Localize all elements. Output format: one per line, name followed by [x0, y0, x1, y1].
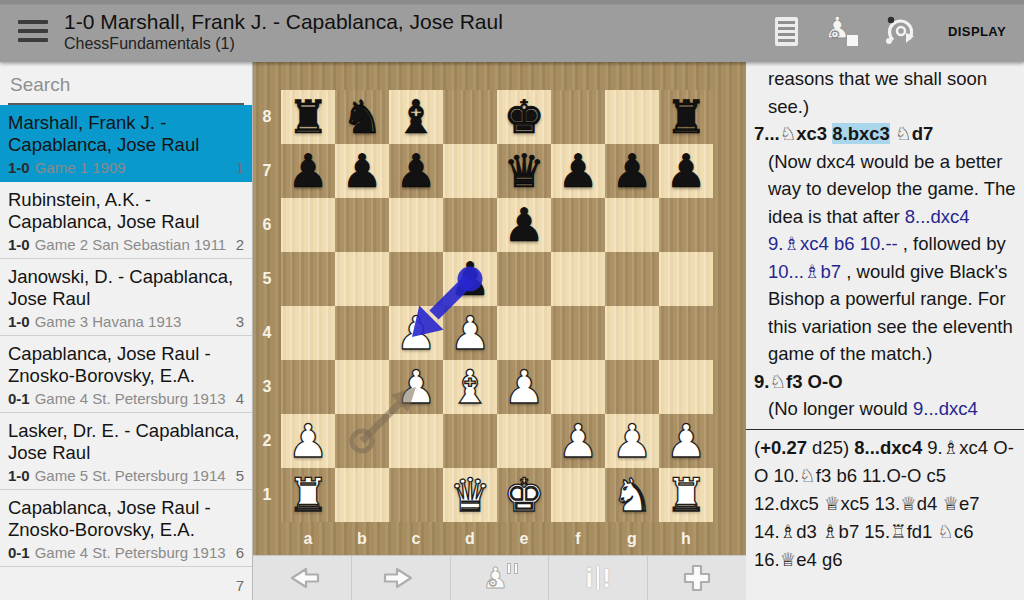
piece-white-knight: ♞: [611, 468, 652, 522]
square-d2[interactable]: [443, 414, 497, 468]
square-f1[interactable]: [551, 468, 605, 522]
square-f7[interactable]: ♟: [551, 144, 605, 198]
square-c3[interactable]: ♟: [389, 360, 443, 414]
file-label-f: f: [551, 522, 605, 555]
square-b4[interactable]: [335, 306, 389, 360]
rank-label-1: 1: [253, 468, 281, 522]
square-h8[interactable]: ♜: [659, 90, 713, 144]
file-label-h: h: [659, 522, 713, 555]
square-g1[interactable]: ♞: [605, 468, 659, 522]
file-label-c: c: [389, 522, 443, 555]
piece-black-pawn: ♟: [287, 144, 328, 198]
square-b3[interactable]: [335, 360, 389, 414]
square-b7[interactable]: ♟: [335, 144, 389, 198]
annotation-line: (No longer would 9...dxc4 10.♗xc4 b6 be …: [754, 395, 1016, 427]
square-d3[interactable]: ♝: [443, 360, 497, 414]
piece-white-pawn: ♟: [611, 414, 652, 468]
square-d1[interactable]: ♛: [443, 468, 497, 522]
game-info: Game 4 St. Petersburg 1913: [35, 389, 226, 408]
move-text[interactable]: +0.27: [760, 437, 807, 458]
annotation-comment: (No longer would: [768, 398, 913, 419]
square-a8[interactable]: ♜: [281, 90, 335, 144]
square-f6[interactable]: [551, 198, 605, 252]
file-labels: abcdefgh: [281, 522, 713, 555]
game-result: 0-1: [8, 389, 30, 408]
square-h7[interactable]: ♟: [659, 144, 713, 198]
game-title: Marshall, Frank J. - Capablanca, Jose Ra…: [8, 112, 244, 156]
square-f4[interactable]: [551, 306, 605, 360]
piece-black-rook: ♜: [665, 90, 706, 144]
piece-white-rook: ♜: [287, 468, 328, 522]
search-input[interactable]: [8, 70, 244, 105]
square-e2[interactable]: [497, 414, 551, 468]
game-subtitle: 0-1Game 4 St. Petersburg 19136: [8, 543, 244, 562]
square-b6[interactable]: [335, 198, 389, 252]
file-label-e: e: [497, 522, 551, 555]
piece-white-pawn: ♟: [395, 306, 436, 360]
piece-black-bishop: ♝: [395, 90, 436, 144]
navigation-toolbar: ♟ ⚙ i!: [253, 555, 746, 600]
square-g2[interactable]: ♟: [605, 414, 659, 468]
display-button[interactable]: DISPLAY: [944, 16, 1010, 47]
square-f8[interactable]: [551, 90, 605, 144]
square-c5[interactable]: [389, 252, 443, 306]
game-result: 1-0: [8, 466, 30, 485]
square-h3[interactable]: [659, 360, 713, 414]
annotate-button[interactable]: i!: [549, 556, 648, 600]
game-subtitle: 1-0Game 2 San Sebastian 19112: [8, 235, 244, 254]
piece-black-pawn: ♟: [503, 198, 544, 252]
move-text[interactable]: 9.♘f3 O-O: [754, 371, 843, 392]
piece-black-pawn: ♟: [557, 144, 598, 198]
game-index: 5: [236, 466, 244, 485]
file-label-b: b: [335, 522, 389, 555]
pause-bars-icon: [507, 563, 518, 574]
square-g7[interactable]: ♟: [605, 144, 659, 198]
square-e4[interactable]: [497, 306, 551, 360]
forward-arrow-icon: [382, 564, 420, 592]
back-button[interactable]: [253, 556, 352, 600]
square-d8[interactable]: [443, 90, 497, 144]
annotation-line: (Now dxc4 would be a better way to devel…: [754, 148, 1016, 368]
engine-pause-icon: ♟ ⚙: [478, 561, 520, 595]
game-info: Game 4 St. Petersburg 1913: [35, 543, 226, 562]
game-subtitle: 7: [8, 576, 244, 595]
square-d7[interactable]: [443, 144, 497, 198]
square-g8[interactable]: [605, 90, 659, 144]
engine-square-icon: [847, 35, 858, 46]
game-subtitle: 1-0Game 1 19091: [8, 158, 244, 177]
rank-label-4: 4: [253, 306, 281, 360]
piece-black-pawn: ♟: [611, 144, 652, 198]
annotation-text: reasons that we shall soon see.)7...♘xc3…: [746, 62, 1024, 427]
piece-black-queen: ♛: [503, 144, 544, 198]
game-list-item[interactable]: Rubinstein, A.K. - Capablanca, Jose Raul…: [0, 182, 252, 259]
square-h5[interactable]: [659, 252, 713, 306]
rank-label-6: 6: [253, 198, 281, 252]
back-arrow-icon: [283, 564, 321, 592]
chess-board: 87654321 ♜♞♝♚♜♟♟♟♛♟♟♟♟♟♟♟♟♝♟♟♟♟♟♜♛♚♞♜ ab…: [253, 62, 746, 555]
square-c7[interactable]: ♟: [389, 144, 443, 198]
game-subtitle: 1-0Game 3 Havana 19133: [8, 312, 244, 331]
square-c2[interactable]: [389, 414, 443, 468]
square-g5[interactable]: [605, 252, 659, 306]
piece-white-bishop: ♝: [449, 360, 490, 414]
square-h6[interactable]: [659, 198, 713, 252]
move-text[interactable]: 7...♘xc3: [754, 123, 832, 144]
add-move-button[interactable]: [648, 556, 746, 600]
rank-label-2: 2: [253, 414, 281, 468]
engine-pawn-icon[interactable]: ♟ ⚙: [824, 15, 858, 47]
game-index: 4: [236, 389, 244, 408]
square-a7[interactable]: ♟: [281, 144, 335, 198]
game-result: 1-0: [8, 235, 30, 254]
game-title: Lasker, Dr. E. - Capablanca, Jose Raul: [8, 420, 244, 464]
square-d5[interactable]: ♟: [443, 252, 497, 306]
square-d4[interactable]: ♟: [443, 306, 497, 360]
game-title: Rubinstein, A.K. - Capablanca, Jose Raul: [8, 189, 244, 233]
square-c8[interactable]: ♝: [389, 90, 443, 144]
piece-black-rook: ♜: [287, 90, 328, 144]
game-list-item[interactable]: Janowski, D. - Capablanca, Jose Raul1-0G…: [0, 259, 252, 336]
game-title: Capablanca, Jose Raul - Znosko-Borovsky,…: [8, 497, 244, 541]
info-exclaim-icon: i!: [586, 564, 611, 593]
square-c1[interactable]: [389, 468, 443, 522]
game-info: Game 2 San Sebastian 1911: [35, 235, 227, 254]
game-info: Game 3 Havana 1913: [35, 312, 182, 331]
gear-icon: ⚙: [487, 576, 498, 590]
square-d6[interactable]: [443, 198, 497, 252]
rank-label-8: 8: [253, 90, 281, 144]
game-index: 3: [236, 312, 244, 331]
piece-black-pawn: ♟: [395, 144, 436, 198]
square-b8[interactable]: ♞: [335, 90, 389, 144]
game-list-item[interactable]: Capablanca, Jose Raul - Znosko-Borovsky,…: [0, 336, 252, 413]
rank-label-3: 3: [253, 360, 281, 414]
rank-label-7: 7: [253, 144, 281, 198]
game-subtitle: 1-0Game 5 St. Petersburg 19145: [8, 466, 244, 485]
game-subtitle: 0-1Game 4 St. Petersburg 19134: [8, 389, 244, 408]
game-index: 2: [236, 235, 244, 254]
game-result: 1-0: [8, 312, 30, 331]
game-list: Marshall, Frank J. - Capablanca, Jose Ra…: [0, 105, 252, 600]
square-a1[interactable]: ♜: [281, 468, 335, 522]
game-info: Game 1 1909: [35, 158, 126, 177]
game-list-item[interactable]: Marshall, Frank J. - Capablanca, Jose Ra…: [0, 105, 252, 182]
page-subtitle: ChessFundamentals (1): [64, 34, 775, 53]
game-list-item[interactable]: 7: [0, 567, 252, 600]
square-f5[interactable]: [551, 252, 605, 306]
square-a5[interactable]: [281, 252, 335, 306]
square-e6[interactable]: ♟: [497, 198, 551, 252]
annotation-comment: d25): [807, 437, 854, 458]
square-e3[interactable]: ♟: [497, 360, 551, 414]
engine-analysis-line[interactable]: (+0.27 d25) 8...dxc4 9.♗xc4 O-O 10.♘f3 b…: [746, 430, 1024, 578]
square-a2[interactable]: ♟: [281, 414, 335, 468]
piece-white-rook: ♜: [665, 468, 706, 522]
annotation-comment: , followed by: [898, 233, 1006, 254]
piece-black-pawn: ♟: [449, 252, 490, 306]
game-index: 7: [236, 576, 244, 595]
game-index: 6: [236, 543, 244, 562]
square-h2[interactable]: ♟: [659, 414, 713, 468]
annotation-line: reasons that we shall soon see.): [754, 65, 1016, 120]
file-label-g: g: [605, 522, 659, 555]
annotation-line: 9.♘f3 O-O: [754, 368, 1016, 396]
game-list-item[interactable]: Capablanca, Jose Raul - Znosko-Borovsky,…: [0, 490, 252, 567]
annotation-comment: reasons that we shall soon see.): [768, 68, 987, 117]
piece-white-pawn: ♟: [449, 306, 490, 360]
annotation-panel: reasons that we shall soon see.)7...♘xc3…: [746, 62, 1024, 600]
square-a3[interactable]: [281, 360, 335, 414]
square-b5[interactable]: [335, 252, 389, 306]
notation-list-icon[interactable]: [775, 17, 798, 46]
game-title: Janowski, D. - Capablanca, Jose Raul: [8, 266, 244, 310]
square-b2[interactable]: [335, 414, 389, 468]
square-e1[interactable]: ♚: [497, 468, 551, 522]
square-f2[interactable]: ♟: [551, 414, 605, 468]
rank-label-5: 5: [253, 252, 281, 306]
piece-white-pawn: ♟: [395, 360, 436, 414]
game-result: 0-1: [8, 543, 30, 562]
piece-white-pawn: ♟: [503, 360, 544, 414]
square-c6[interactable]: [389, 198, 443, 252]
piece-white-pawn: ♟: [287, 414, 328, 468]
piece-black-knight: ♞: [341, 90, 382, 144]
square-h1[interactable]: ♜: [659, 468, 713, 522]
square-c4[interactable]: ♟: [389, 306, 443, 360]
square-a6[interactable]: [281, 198, 335, 252]
square-e8[interactable]: ♚: [497, 90, 551, 144]
piece-black-king: ♚: [503, 90, 544, 144]
move-text[interactable]: ♘d7: [890, 123, 933, 144]
square-e7[interactable]: ♛: [497, 144, 551, 198]
move-text[interactable]: 8...dxc4: [854, 437, 922, 458]
move-text[interactable]: 8.bxc3: [832, 123, 890, 144]
piece-black-pawn: ♟: [341, 144, 382, 198]
square-e5[interactable]: [497, 252, 551, 306]
engine-pause-button[interactable]: ♟ ⚙: [451, 556, 550, 600]
gear-icon: ⚙: [829, 27, 841, 42]
piece-white-pawn: ♟: [557, 414, 598, 468]
piece-white-queen: ♛: [449, 468, 490, 522]
square-g6[interactable]: [605, 198, 659, 252]
page-title: 1-0 Marshall, Frank J. - Capablanca, Jos…: [64, 9, 775, 34]
title-block: 1-0 Marshall, Frank J. - Capablanca, Jos…: [64, 9, 775, 53]
piece-white-king: ♚: [503, 468, 544, 522]
file-label-d: d: [443, 522, 497, 555]
analysis-cycle-icon[interactable]: [884, 14, 918, 48]
game-list-item[interactable]: Lasker, Dr. E. - Capablanca, Jose Raul1-…: [0, 413, 252, 490]
game-info: Game 5 St. Petersburg 1914: [35, 466, 226, 485]
menu-icon[interactable]: [18, 20, 48, 42]
square-f3[interactable]: [551, 360, 605, 414]
square-a4[interactable]: [281, 306, 335, 360]
plus-icon: [682, 563, 712, 593]
square-h4[interactable]: [659, 306, 713, 360]
piece-white-pawn: ♟: [665, 414, 706, 468]
game-result: 1-0: [8, 158, 30, 177]
game-index: 1: [236, 158, 244, 177]
game-title: Capablanca, Jose Raul - Znosko-Borovsky,…: [8, 343, 244, 387]
rank-labels: 87654321: [253, 90, 281, 522]
square-g4[interactable]: [605, 306, 659, 360]
annotation-comment: (Now dxc4 would be a better way to devel…: [768, 151, 1016, 227]
file-label-a: a: [281, 522, 335, 555]
square-g3[interactable]: [605, 360, 659, 414]
annotation-line: 7...♘xc3 8.bxc3 ♘d7: [754, 120, 1016, 148]
forward-button[interactable]: [352, 556, 451, 600]
piece-black-pawn: ♟: [665, 144, 706, 198]
game-list-panel: Marshall, Frank J. - Capablanca, Jose Ra…: [0, 62, 253, 600]
action-bar: 1-0 Marshall, Frank J. - Capablanca, Jos…: [0, 0, 1024, 62]
move-text[interactable]: 10...♗b7: [768, 261, 841, 282]
square-b1[interactable]: [335, 468, 389, 522]
